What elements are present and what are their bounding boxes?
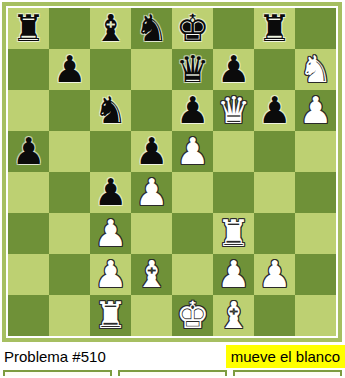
square-f6[interactable]: ♛ <box>213 90 254 131</box>
square-d5[interactable]: ♟ <box>131 131 172 172</box>
square-e3[interactable] <box>172 213 213 254</box>
piece-wP: ♟ <box>135 172 168 213</box>
square-e6[interactable]: ♟ <box>172 90 213 131</box>
square-b5[interactable] <box>49 131 90 172</box>
square-c5[interactable] <box>90 131 131 172</box>
piece-bP: ♟ <box>258 90 291 131</box>
square-g6[interactable]: ♟ <box>254 90 295 131</box>
square-g3[interactable] <box>254 213 295 254</box>
square-h1[interactable] <box>295 295 336 336</box>
square-b8[interactable] <box>49 8 90 49</box>
piece-wP: ♟ <box>176 131 209 172</box>
square-d4[interactable]: ♟ <box>131 172 172 213</box>
square-c3[interactable]: ♟ <box>90 213 131 254</box>
piece-bP: ♟ <box>135 131 168 172</box>
piece-wP: ♟ <box>94 213 127 254</box>
square-f7[interactable]: ♟ <box>213 49 254 90</box>
square-e4[interactable] <box>172 172 213 213</box>
square-b3[interactable] <box>49 213 90 254</box>
piece-bP: ♟ <box>217 49 250 90</box>
piece-wR: ♜ <box>217 213 250 254</box>
square-b2[interactable] <box>49 254 90 295</box>
square-d2[interactable]: ♝ <box>131 254 172 295</box>
piece-bK: ♚ <box>176 8 209 49</box>
square-e7[interactable]: ♛ <box>172 49 213 90</box>
cutoff-cell-3 <box>233 370 342 376</box>
square-a7[interactable] <box>8 49 49 90</box>
square-c7[interactable] <box>90 49 131 90</box>
square-e2[interactable] <box>172 254 213 295</box>
piece-bP: ♟ <box>12 131 45 172</box>
square-a4[interactable] <box>8 172 49 213</box>
square-b6[interactable] <box>49 90 90 131</box>
square-g1[interactable] <box>254 295 295 336</box>
piece-wB: ♝ <box>135 254 168 295</box>
piece-bP: ♟ <box>94 172 127 213</box>
piece-bN: ♞ <box>94 90 127 131</box>
square-g2[interactable]: ♟ <box>254 254 295 295</box>
square-h7[interactable]: ♞ <box>295 49 336 90</box>
piece-bR: ♜ <box>12 8 45 49</box>
square-h4[interactable] <box>295 172 336 213</box>
piece-wQ: ♛ <box>217 90 250 131</box>
square-h5[interactable] <box>295 131 336 172</box>
chess-board: ♜♝♞♚♜♟♛♟♞♞♟♛♟♟♟♟♟♟♟♟♜♟♝♟♟♜♚♝ <box>8 8 336 336</box>
square-f4[interactable] <box>213 172 254 213</box>
square-h2[interactable] <box>295 254 336 295</box>
square-d6[interactable] <box>131 90 172 131</box>
square-h8[interactable] <box>295 8 336 49</box>
cutoff-cell-2 <box>118 370 227 376</box>
piece-wN: ♞ <box>299 49 332 90</box>
square-a5[interactable]: ♟ <box>8 131 49 172</box>
square-b4[interactable] <box>49 172 90 213</box>
cutoff-table-row <box>3 370 342 376</box>
square-f2[interactable]: ♟ <box>213 254 254 295</box>
square-e5[interactable]: ♟ <box>172 131 213 172</box>
square-b7[interactable]: ♟ <box>49 49 90 90</box>
square-a8[interactable]: ♜ <box>8 8 49 49</box>
square-d7[interactable] <box>131 49 172 90</box>
square-a1[interactable] <box>8 295 49 336</box>
square-a3[interactable] <box>8 213 49 254</box>
piece-bP: ♟ <box>53 49 86 90</box>
piece-bR: ♜ <box>258 8 291 49</box>
square-g8[interactable]: ♜ <box>254 8 295 49</box>
square-d3[interactable] <box>131 213 172 254</box>
square-c4[interactable]: ♟ <box>90 172 131 213</box>
piece-wP: ♟ <box>258 254 291 295</box>
square-h3[interactable] <box>295 213 336 254</box>
piece-bB: ♝ <box>94 8 127 49</box>
square-a2[interactable] <box>8 254 49 295</box>
square-d1[interactable] <box>131 295 172 336</box>
square-f5[interactable] <box>213 131 254 172</box>
square-e1[interactable]: ♚ <box>172 295 213 336</box>
square-c8[interactable]: ♝ <box>90 8 131 49</box>
status-bar: Problema #510 mueve el blanco <box>0 342 345 370</box>
piece-wP: ♟ <box>94 254 127 295</box>
piece-wK: ♚ <box>176 295 209 336</box>
square-g5[interactable] <box>254 131 295 172</box>
side-to-move-badge: mueve el blanco <box>226 345 345 368</box>
square-g7[interactable] <box>254 49 295 90</box>
piece-wR: ♜ <box>94 295 127 336</box>
square-f1[interactable]: ♝ <box>213 295 254 336</box>
square-f8[interactable] <box>213 8 254 49</box>
square-d8[interactable]: ♞ <box>131 8 172 49</box>
piece-wP: ♟ <box>217 254 250 295</box>
square-g4[interactable] <box>254 172 295 213</box>
square-f3[interactable]: ♜ <box>213 213 254 254</box>
square-a6[interactable] <box>8 90 49 131</box>
piece-wP: ♟ <box>299 90 332 131</box>
cutoff-cell-1 <box>3 370 112 376</box>
piece-bN: ♞ <box>135 8 168 49</box>
square-c6[interactable]: ♞ <box>90 90 131 131</box>
square-c2[interactable]: ♟ <box>90 254 131 295</box>
square-c1[interactable]: ♜ <box>90 295 131 336</box>
square-h6[interactable]: ♟ <box>295 90 336 131</box>
square-e8[interactable]: ♚ <box>172 8 213 49</box>
puzzle-title: Problema #510 <box>4 348 106 365</box>
square-b1[interactable] <box>49 295 90 336</box>
piece-bQ: ♛ <box>176 49 209 90</box>
chess-board-frame: ♜♝♞♚♜♟♛♟♞♞♟♛♟♟♟♟♟♟♟♟♜♟♝♟♟♜♚♝ <box>2 2 342 342</box>
chess-board-border: ♜♝♞♚♜♟♛♟♞♞♟♛♟♟♟♟♟♟♟♟♜♟♝♟♟♜♚♝ <box>6 6 338 338</box>
piece-wB: ♝ <box>217 295 250 336</box>
piece-bP: ♟ <box>176 90 209 131</box>
